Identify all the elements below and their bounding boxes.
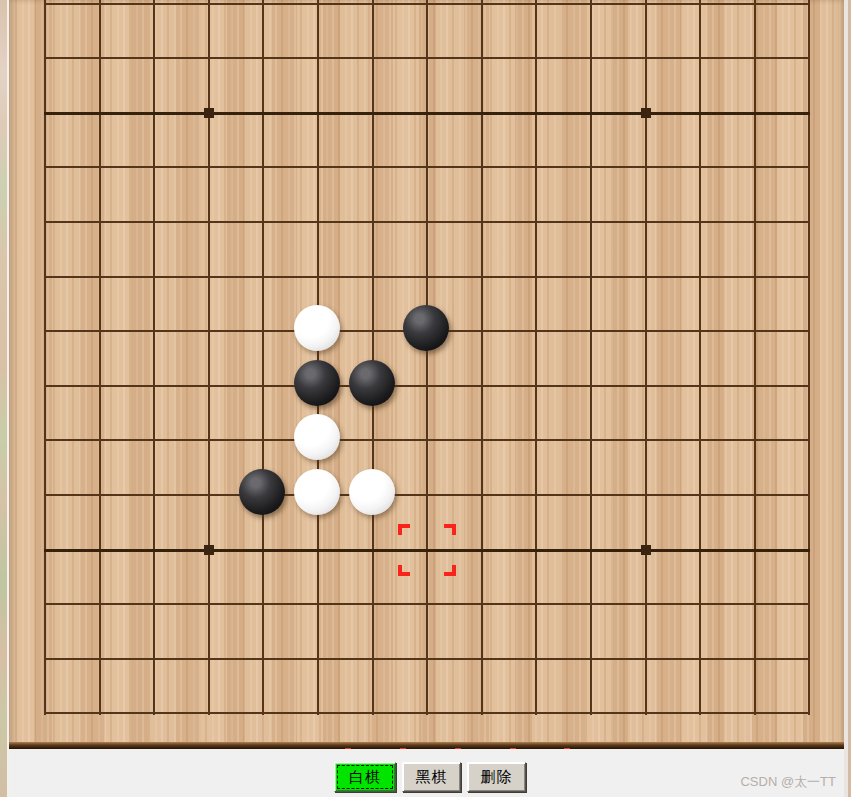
black-stone[interactable] <box>403 305 449 351</box>
black-stone-button[interactable]: 黑棋 <box>402 762 461 792</box>
white-stone[interactable] <box>294 414 340 460</box>
star-point <box>641 545 651 555</box>
grid-line-vertical <box>535 0 537 715</box>
grid-line-horizontal <box>44 57 810 59</box>
grid-line-vertical <box>754 0 756 715</box>
white-stone[interactable] <box>349 469 395 515</box>
marker-corner-tl <box>398 524 410 535</box>
grid-line-vertical <box>699 0 701 715</box>
grid-line-vertical <box>44 0 46 715</box>
grid-line-horizontal <box>44 494 810 496</box>
grid-line-vertical <box>808 0 810 715</box>
black-stone[interactable] <box>239 469 285 515</box>
desktop-background-strip <box>0 0 7 797</box>
grid-line-horizontal <box>44 166 810 168</box>
star-point <box>204 545 214 555</box>
star-point <box>204 108 214 118</box>
white-stone[interactable] <box>294 305 340 351</box>
grid-line-horizontal <box>44 439 810 441</box>
grid-line-horizontal <box>44 112 810 115</box>
grid-line-vertical <box>426 0 428 715</box>
grid-line-vertical <box>372 0 374 715</box>
app-window: 白棋 黑棋 删除 CSDN @太一TT <box>0 0 851 797</box>
white-stone[interactable] <box>294 469 340 515</box>
delete-button[interactable]: 删除 <box>467 762 526 792</box>
grid-line-vertical <box>590 0 592 715</box>
grid-line-horizontal <box>44 385 810 387</box>
grid-line-horizontal <box>44 603 810 605</box>
marker-corner-bl <box>398 565 410 576</box>
selection-marker <box>398 524 456 576</box>
marker-corner-br <box>444 565 456 576</box>
grid-line-vertical <box>317 0 319 715</box>
grid-line-horizontal <box>44 276 810 278</box>
grid-line-vertical <box>153 0 155 715</box>
toolbar: 白棋 黑棋 删除 CSDN @太一TT <box>9 749 844 797</box>
marker-corner-tr <box>444 524 456 535</box>
grid-line-horizontal <box>44 221 810 223</box>
csdn-watermark: CSDN @太一TT <box>740 773 836 791</box>
gomoku-board[interactable] <box>9 0 844 749</box>
star-point <box>641 108 651 118</box>
grid-line-vertical <box>262 0 264 715</box>
grid-line-horizontal <box>44 712 810 714</box>
grid-line-vertical <box>99 0 101 715</box>
board-bottom-edge <box>9 742 844 749</box>
black-stone[interactable] <box>349 360 395 406</box>
black-stone[interactable] <box>294 360 340 406</box>
white-stone-button[interactable]: 白棋 <box>334 762 396 792</box>
grid-line-horizontal <box>44 3 810 5</box>
grid-line-vertical <box>481 0 483 715</box>
grid-line-horizontal <box>44 658 810 660</box>
